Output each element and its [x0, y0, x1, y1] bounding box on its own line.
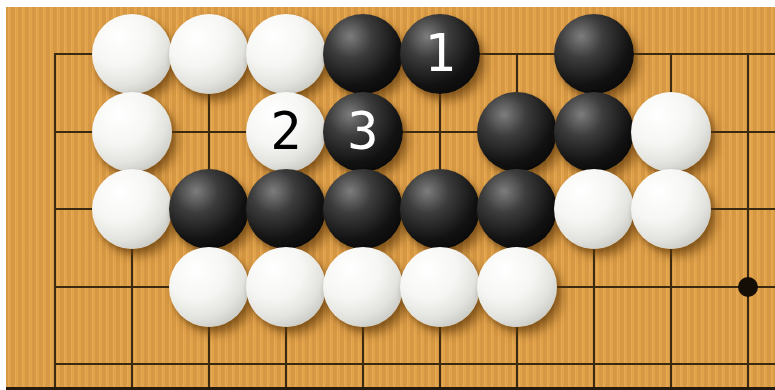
page: 123 — [0, 0, 775, 390]
white-stone[interactable]: 2 — [246, 92, 326, 172]
white-stone[interactable] — [323, 247, 403, 327]
white-stone[interactable] — [92, 14, 172, 94]
go-board[interactable]: 123 — [6, 7, 775, 390]
move-number-label: 2 — [270, 105, 301, 157]
black-stone[interactable] — [169, 169, 249, 249]
black-stone[interactable] — [400, 169, 480, 249]
white-stone[interactable] — [554, 169, 634, 249]
black-stone[interactable] — [246, 169, 326, 249]
black-stone[interactable] — [477, 169, 557, 249]
white-stone[interactable] — [169, 14, 249, 94]
star-point — [738, 277, 758, 297]
black-stone[interactable] — [323, 14, 403, 94]
white-stone[interactable] — [246, 247, 326, 327]
white-stone[interactable] — [631, 169, 711, 249]
black-stone[interactable]: 3 — [323, 92, 403, 172]
move-number-label: 3 — [347, 105, 378, 157]
move-number-label: 1 — [424, 27, 455, 79]
black-stone[interactable] — [323, 169, 403, 249]
white-stone[interactable] — [92, 92, 172, 172]
black-stone[interactable] — [554, 92, 634, 172]
grid-line-vertical — [54, 53, 56, 390]
black-stone[interactable] — [477, 92, 557, 172]
white-stone[interactable] — [477, 247, 557, 327]
black-stone[interactable] — [554, 14, 634, 94]
white-stone[interactable] — [169, 247, 249, 327]
white-stone[interactable] — [246, 14, 326, 94]
white-stone[interactable] — [92, 169, 172, 249]
white-stone[interactable] — [631, 92, 711, 172]
grid-line-horizontal — [54, 363, 775, 365]
grid-line-vertical — [747, 53, 749, 390]
white-stone[interactable] — [400, 247, 480, 327]
black-stone[interactable]: 1 — [400, 14, 480, 94]
